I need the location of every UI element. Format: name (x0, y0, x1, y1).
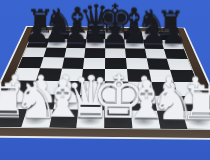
square-d6[interactable] (84, 48, 105, 58)
piece-white-rook[interactable]: ♜ (180, 80, 210, 127)
square-c6[interactable] (64, 48, 86, 58)
chess-scene: ♜♞♝♛♚♝♞♜♟♟♟♟♟♟♟♟♟♟♟♟♟♟♟♟♜♞♝♛♚♝♞♜ (0, 0, 210, 160)
square-e6[interactable] (105, 48, 126, 58)
piece-black-pawn[interactable]: ♟ (161, 19, 187, 48)
board-grid: ♜♞♝♛♚♝♞♜♟♟♟♟♟♟♟♟♟♟♟♟♟♟♟♟♜♞♝♛♚♝♞♜ (0, 30, 210, 129)
square-f6[interactable] (125, 48, 147, 58)
square-h7[interactable]: ♟ (161, 40, 183, 49)
square-h6[interactable] (164, 49, 188, 59)
square-b6[interactable] (43, 48, 66, 58)
chess-board: ♜♞♝♛♚♝♞♜♟♟♟♟♟♟♟♟♟♟♟♟♟♟♟♟♜♞♝♛♚♝♞♜ (0, 26, 210, 140)
app-background: ♜♞♝♛♚♝♞♜♟♟♟♟♟♟♟♟♟♟♟♟♟♟♟♟♜♞♝♛♚♝♞♜ (0, 0, 210, 160)
square-h1[interactable]: ♜ (182, 111, 210, 129)
